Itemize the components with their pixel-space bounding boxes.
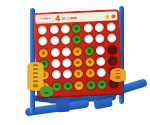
hole-r3c4-orange-disc [73, 47, 82, 56]
cell-r4c3 [61, 57, 73, 69]
cell-r5c6 [96, 67, 108, 79]
hole-r2c1-empty [38, 37, 47, 46]
cell-r3c3 [60, 46, 72, 58]
hole-r4c3-empty [62, 58, 71, 67]
banner-numeral: 4 [55, 14, 60, 22]
hole-r2c2-empty [50, 36, 59, 45]
hole-r3c1-orange-disc [39, 48, 48, 57]
banner-decoration-orange-dot-icon [105, 14, 109, 18]
cell-r2c5 [83, 34, 95, 46]
hole-r4c5-orange-disc [85, 57, 94, 66]
cell-r2c2 [49, 35, 61, 47]
hole-r2c4-green-disc [73, 35, 82, 44]
cell-r3c4 [72, 45, 84, 57]
hole-r1c7-empty [106, 22, 115, 31]
cell-r5c3 [62, 69, 74, 81]
hole-r1c3-empty [61, 25, 70, 34]
cell-r4c2 [50, 58, 62, 70]
hole-r4c7-empty-shadow [108, 56, 117, 65]
connect-four-grid [37, 21, 120, 93]
cell-r1c7 [105, 21, 117, 33]
cell-r6c3 [62, 80, 74, 92]
cell-r1c3 [59, 23, 71, 35]
banner-decoration-red-dot-icon [111, 14, 115, 18]
hole-r6c3-green-disc [63, 81, 72, 90]
hole-r3c3-empty [62, 47, 71, 56]
cell-r6c6 [96, 78, 108, 90]
cell-r5c2 [50, 69, 62, 81]
brand-logo: FUNBA [37, 15, 53, 23]
hole-r3c7-empty-shadow [107, 45, 116, 54]
banner-title: inarow [62, 15, 77, 21]
orange-ring-stack [110, 68, 126, 82]
cell-r6c4 [73, 79, 85, 91]
hole-r2c7-empty [107, 34, 116, 43]
hole-r5c3-empty [63, 70, 72, 79]
orange-ring-stack-ring [110, 74, 126, 82]
hole-r2c5-empty [84, 35, 93, 44]
green-ring-stack [40, 86, 53, 97]
product-photo-giant-connect-four: FUNBA 4 inarow [0, 0, 150, 125]
cell-r1c6 [94, 22, 106, 34]
cell-r2c7 [106, 33, 118, 45]
hole-r3c6-empty [96, 46, 105, 55]
cell-r4c6 [95, 56, 107, 68]
hole-r3c5-green-disc [85, 46, 94, 55]
cell-r3c1 [38, 47, 50, 59]
hole-r5c6-empty [97, 68, 106, 77]
hole-r6c5-green-disc [86, 80, 95, 89]
banner-word: in [62, 16, 66, 21]
green-ring-stack-ring [40, 90, 53, 97]
hole-r5c4-orange-disc [74, 69, 83, 78]
cell-r3c2 [49, 46, 61, 58]
hole-r4c2-empty [51, 59, 60, 68]
hole-r1c5-empty [84, 23, 93, 32]
cell-r3c7 [106, 44, 118, 56]
cell-r1c5 [82, 22, 94, 34]
cell-r4c5 [84, 56, 96, 68]
cell-r3c5 [83, 45, 95, 57]
hole-r1c4-green-disc [72, 24, 81, 33]
cell-r4c7 [107, 55, 119, 67]
cell-r6c5 [85, 79, 97, 91]
hole-r5c2-empty [51, 70, 60, 79]
cell-r1c1 [37, 24, 49, 36]
banner-word: a [66, 15, 68, 20]
cell-r1c2 [48, 24, 60, 36]
cell-r5c5 [84, 68, 96, 80]
hole-r4c6-empty [97, 57, 106, 66]
cell-r2c1 [37, 36, 49, 48]
hole-r2c3-empty [61, 36, 70, 45]
cell-r2c4 [71, 34, 83, 46]
hole-r1c1-empty [38, 26, 47, 35]
hole-r6c6-green-disc [98, 80, 107, 89]
cell-r3c6 [95, 44, 107, 56]
hole-r6c2-green-disc [52, 82, 61, 91]
cell-r2c6 [94, 33, 106, 45]
hole-r5c5-orange-disc [86, 69, 95, 78]
hole-r2c6-empty [95, 34, 104, 43]
hole-r3c2-empty [50, 48, 59, 57]
cell-r4c4 [72, 57, 84, 69]
cell-r1c4 [71, 23, 83, 35]
hole-r1c2-empty [49, 25, 58, 34]
hole-r4c4-orange-disc [74, 58, 83, 67]
cell-r5c4 [73, 68, 85, 80]
banner-word: row [69, 15, 76, 20]
hole-r1c6-empty [95, 23, 104, 32]
hole-r6c4-orange-disc [75, 81, 84, 90]
cell-r2c3 [60, 35, 72, 47]
